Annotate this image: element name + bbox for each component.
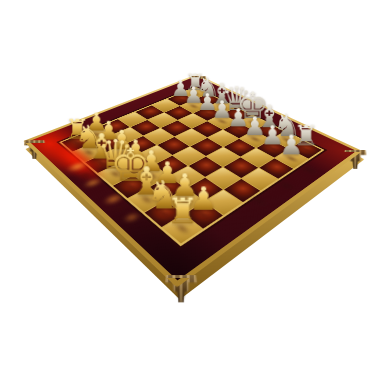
chess-board: ♜♞♝♛♚♝♞♜♟♟♟♟♟♟♟♟♟♟♟♟♟♟♟♟♜♞♝♛♚♝♞♜ [23, 74, 362, 287]
board-scene: ♜♞♝♛♚♝♞♜♟♟♟♟♟♟♟♟♟♟♟♟♟♟♟♟♜♞♝♛♚♝♞♜ [0, 0, 380, 380]
chess-set-photo: ♜♞♝♛♚♝♞♜♟♟♟♟♟♟♟♟♟♟♟♟♟♟♟♟♜♞♝♛♚♝♞♜ [0, 0, 380, 380]
